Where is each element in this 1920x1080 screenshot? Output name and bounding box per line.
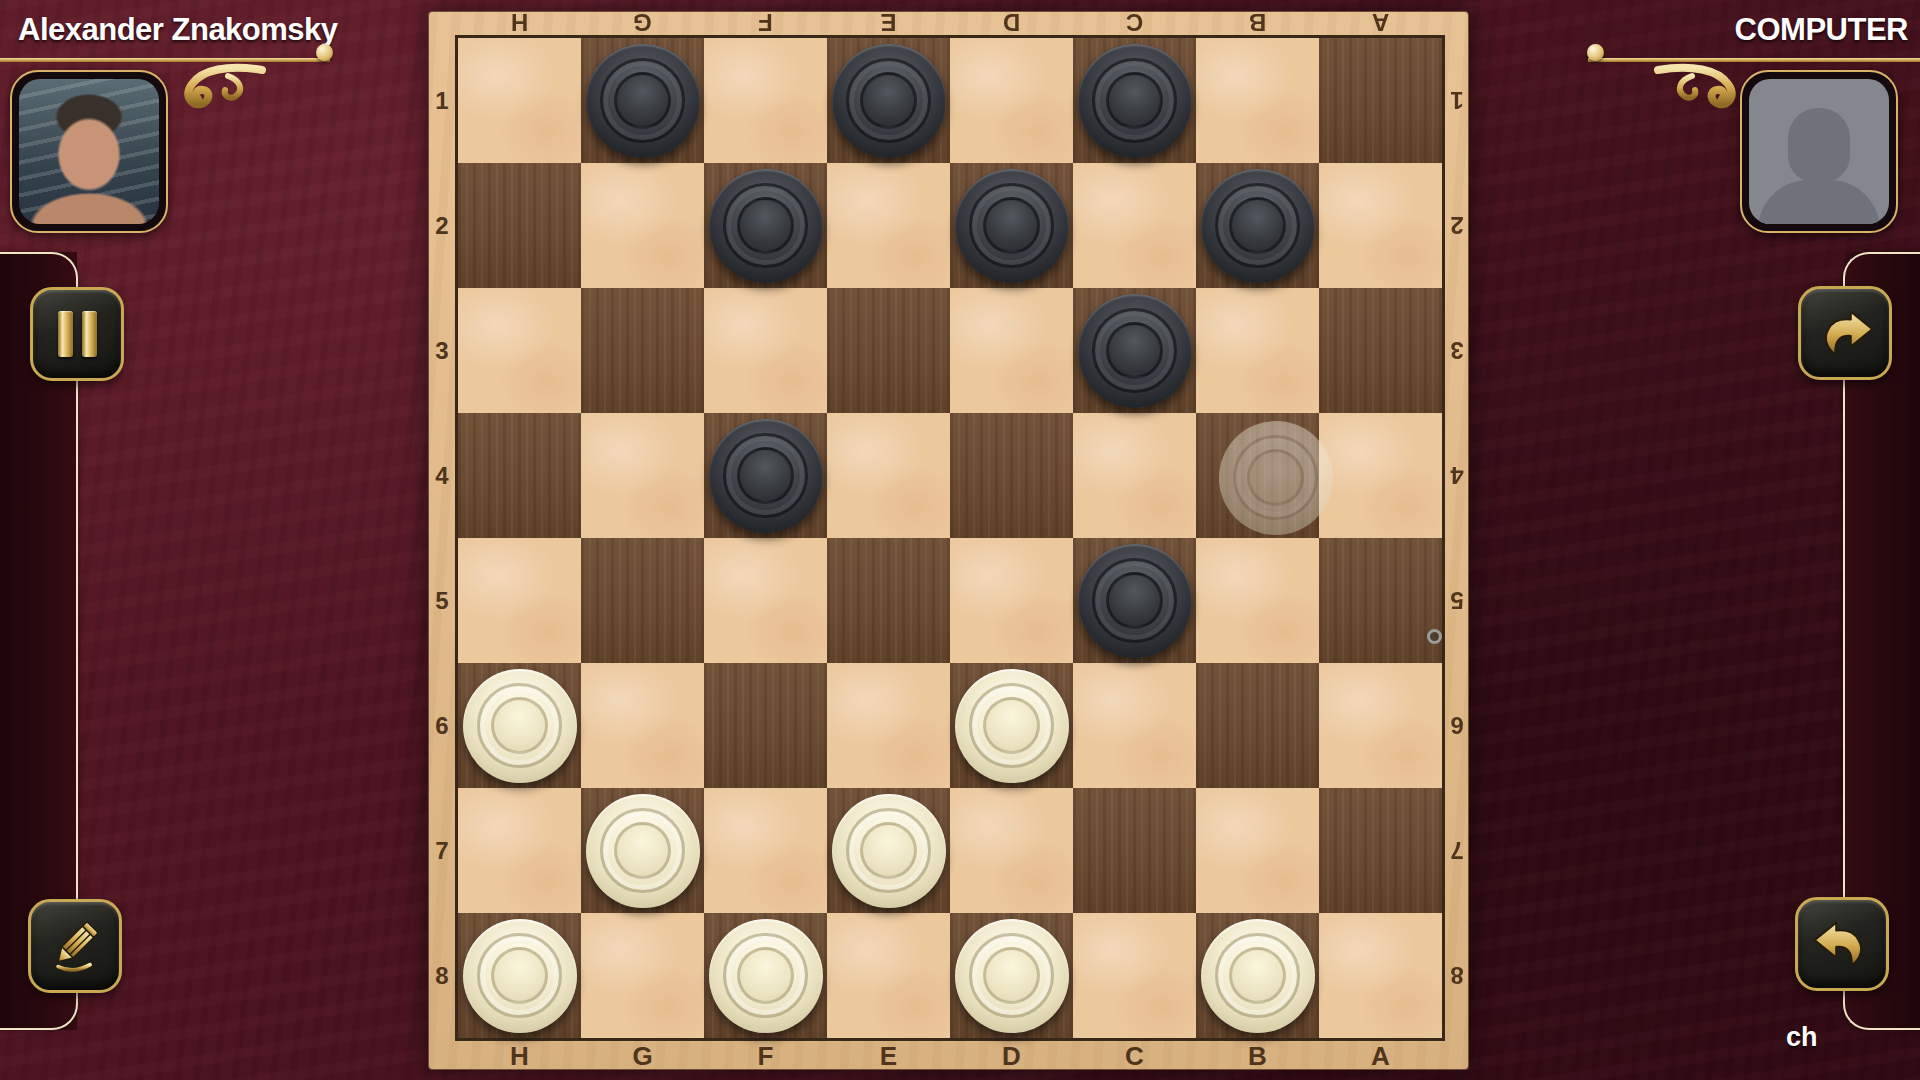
coord-label-7-right: 7 <box>1444 788 1470 913</box>
square-F5[interactable] <box>704 538 827 663</box>
right-player-name: COMPUTER <box>1735 12 1908 48</box>
square-E2[interactable] <box>827 163 950 288</box>
coord-label-F-col-bottom: F <box>704 1041 827 1071</box>
black-piece-C1[interactable] <box>1078 44 1192 158</box>
square-C7[interactable] <box>1073 788 1196 913</box>
white-piece-F8[interactable] <box>709 919 823 1033</box>
square-H1[interactable] <box>458 38 581 163</box>
square-H3[interactable] <box>458 288 581 413</box>
square-C2[interactable] <box>1073 163 1196 288</box>
square-G3[interactable] <box>581 288 704 413</box>
square-H5[interactable] <box>458 538 581 663</box>
square-A3[interactable] <box>1319 288 1442 413</box>
square-A4[interactable] <box>1319 413 1442 538</box>
coord-label-D-col-bottom: D <box>950 1041 1073 1071</box>
coord-label-6-right: 6 <box>1444 663 1470 788</box>
square-B6[interactable] <box>1196 663 1319 788</box>
coord-label-G-col-bottom: G <box>581 1041 704 1071</box>
coord-label-G-col-top: G <box>581 12 704 34</box>
share-button[interactable] <box>1798 286 1892 380</box>
square-A2[interactable] <box>1319 163 1442 288</box>
left-gold-ball <box>316 44 333 61</box>
status-text: ch <box>1786 1022 1818 1053</box>
square-E3[interactable] <box>827 288 950 413</box>
coord-label-1-left: 1 <box>429 38 455 163</box>
white-piece-B8[interactable] <box>1201 919 1315 1033</box>
right-player-avatar[interactable] <box>1740 70 1898 233</box>
square-C4[interactable] <box>1073 413 1196 538</box>
square-G6[interactable] <box>581 663 704 788</box>
square-A1[interactable] <box>1319 38 1442 163</box>
coord-label-B-col-bottom: B <box>1196 1041 1319 1071</box>
ghost-piece-B4 <box>1219 421 1333 535</box>
left-gold-divider <box>0 58 330 62</box>
checkers-board: HHGGFFEEDDCCBBAA1122334455667788 <box>428 11 1469 1070</box>
share-forward-arrow-icon <box>1814 302 1876 364</box>
square-G5[interactable] <box>581 538 704 663</box>
coord-label-8-left: 8 <box>429 913 455 1038</box>
coord-label-1-right: 1 <box>1444 38 1470 163</box>
square-F7[interactable] <box>704 788 827 913</box>
square-E5[interactable] <box>827 538 950 663</box>
square-E8[interactable] <box>827 913 950 1038</box>
coord-label-H-col-bottom: H <box>458 1041 581 1071</box>
square-B3[interactable] <box>1196 288 1319 413</box>
left-player-avatar[interactable] <box>10 70 168 233</box>
left-scroll-ornament-icon <box>170 62 266 114</box>
square-D5[interactable] <box>950 538 1073 663</box>
square-C6[interactable] <box>1073 663 1196 788</box>
coord-label-H-col-top: H <box>458 12 581 34</box>
coord-label-2-right: 2 <box>1444 163 1470 288</box>
square-A7[interactable] <box>1319 788 1442 913</box>
coord-label-E-col-bottom: E <box>827 1041 950 1071</box>
coord-label-B-col-top: B <box>1196 12 1319 34</box>
white-piece-D8[interactable] <box>955 919 1069 1033</box>
square-B5[interactable] <box>1196 538 1319 663</box>
square-E6[interactable] <box>827 663 950 788</box>
square-A5[interactable] <box>1319 538 1442 663</box>
white-piece-D6[interactable] <box>955 669 1069 783</box>
coord-label-C-col-bottom: C <box>1073 1041 1196 1071</box>
right-gold-divider <box>1588 58 1920 62</box>
square-F6[interactable] <box>704 663 827 788</box>
white-piece-E7[interactable] <box>832 794 946 908</box>
white-piece-H8[interactable] <box>463 919 577 1033</box>
black-piece-B2[interactable] <box>1201 169 1315 283</box>
black-piece-F2[interactable] <box>709 169 823 283</box>
right-gold-ball <box>1587 44 1604 61</box>
coord-label-3-left: 3 <box>429 288 455 413</box>
coord-label-F-col-top: F <box>704 12 827 34</box>
square-D1[interactable] <box>950 38 1073 163</box>
square-E4[interactable] <box>827 413 950 538</box>
square-H4[interactable] <box>458 413 581 538</box>
coord-label-4-left: 4 <box>429 413 455 538</box>
white-piece-G7[interactable] <box>586 794 700 908</box>
player-photo <box>19 79 159 224</box>
coord-label-A-col-bottom: A <box>1319 1041 1442 1071</box>
square-H2[interactable] <box>458 163 581 288</box>
black-piece-D2[interactable] <box>955 169 1069 283</box>
person-silhouette-icon <box>1788 108 1850 182</box>
pause-button[interactable] <box>30 287 124 381</box>
coord-label-5-right: 5 <box>1444 538 1470 663</box>
square-A8[interactable] <box>1319 913 1442 1038</box>
black-piece-F4[interactable] <box>709 419 823 533</box>
board-grid <box>455 35 1445 1041</box>
square-G4[interactable] <box>581 413 704 538</box>
square-D7[interactable] <box>950 788 1073 913</box>
coord-label-E-col-top: E <box>827 12 950 34</box>
square-B1[interactable] <box>1196 38 1319 163</box>
coord-label-6-left: 6 <box>429 663 455 788</box>
square-C8[interactable] <box>1073 913 1196 1038</box>
coord-label-2-left: 2 <box>429 163 455 288</box>
coord-label-4-right: 4 <box>1444 413 1470 538</box>
coord-label-A-col-top: A <box>1319 12 1442 34</box>
black-piece-G1[interactable] <box>586 44 700 158</box>
undo-back-arrow-icon <box>1811 913 1873 975</box>
square-D3[interactable] <box>950 288 1073 413</box>
square-H7[interactable] <box>458 788 581 913</box>
square-F1[interactable] <box>704 38 827 163</box>
white-piece-H6[interactable] <box>463 669 577 783</box>
square-G8[interactable] <box>581 913 704 1038</box>
square-A6[interactable] <box>1319 663 1442 788</box>
avatar-placeholder <box>1749 79 1889 224</box>
left-player-name: Alexander Znakomsky <box>18 12 338 48</box>
undo-button[interactable] <box>1795 897 1889 991</box>
checkers-app: Alexander Znakomsky COMPUTER <box>0 0 1920 1080</box>
square-G2[interactable] <box>581 163 704 288</box>
square-B7[interactable] <box>1196 788 1319 913</box>
coord-label-3-right: 3 <box>1444 288 1470 413</box>
square-D4[interactable] <box>950 413 1073 538</box>
coord-label-C-col-top: C <box>1073 12 1196 34</box>
black-piece-C5[interactable] <box>1078 544 1192 658</box>
coord-label-8-right: 8 <box>1444 913 1470 1038</box>
black-piece-C3[interactable] <box>1078 294 1192 408</box>
coord-label-5-left: 5 <box>429 538 455 663</box>
pencil-icon <box>45 916 105 976</box>
black-piece-E1[interactable] <box>832 44 946 158</box>
pause-icon <box>58 311 97 357</box>
right-scroll-ornament-icon <box>1654 62 1750 114</box>
square-F3[interactable] <box>704 288 827 413</box>
coord-label-7-left: 7 <box>429 788 455 913</box>
coord-label-D-col-top: D <box>950 12 1073 34</box>
edit-button[interactable] <box>28 899 122 993</box>
marker-dot-A5 <box>1427 629 1442 644</box>
